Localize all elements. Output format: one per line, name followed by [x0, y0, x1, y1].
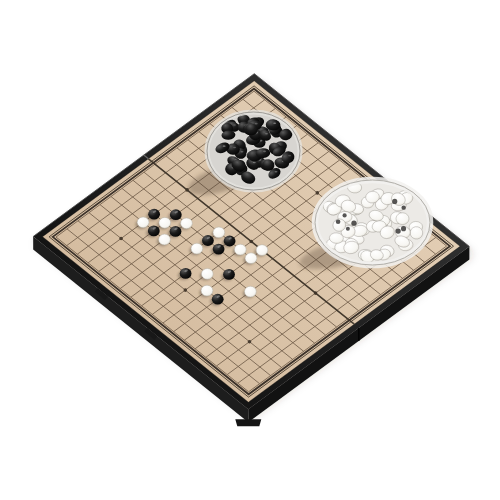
white-stone — [201, 285, 213, 296]
white-stone — [159, 234, 171, 245]
magnet-dot — [351, 220, 356, 225]
white-stone — [159, 217, 171, 228]
white-stone — [181, 218, 193, 229]
star-point — [316, 191, 320, 195]
go-set-product-photo — [0, 0, 500, 500]
white-stone — [256, 245, 268, 256]
star-point — [184, 288, 188, 292]
black-stone — [180, 268, 192, 279]
black-stone — [170, 226, 182, 237]
black-stone — [202, 235, 214, 246]
bowl-stone-glint — [275, 171, 278, 173]
bowl-stone-glint — [223, 145, 226, 147]
bowl-stone-glint — [263, 151, 266, 153]
black-stone — [223, 269, 235, 280]
white-stone — [245, 286, 257, 297]
bowl-stone-glint — [253, 162, 256, 164]
black-stones-bowl — [207, 112, 300, 190]
magnet-dot — [395, 228, 400, 233]
bowl-stone-glint — [233, 147, 236, 149]
white-stone — [245, 253, 257, 264]
star-point — [119, 237, 123, 241]
magnet-dot — [392, 199, 397, 204]
white-stone — [213, 227, 225, 238]
magnet-dot — [336, 219, 341, 224]
bowl-stone-glint — [273, 122, 276, 124]
bowl-stone-glint — [288, 155, 291, 157]
go-set-scene — [0, 0, 500, 500]
bowl-white-stone — [396, 212, 410, 225]
black-stone — [170, 209, 182, 220]
bowl-stone-glint — [241, 151, 244, 153]
bowl-stone-glint — [255, 123, 258, 125]
black-stone — [148, 226, 160, 237]
black-stone — [224, 236, 236, 247]
magnet-dot — [342, 213, 346, 217]
bowl-stone-glint — [265, 133, 268, 135]
star-point — [248, 340, 252, 344]
black-stone — [148, 209, 160, 220]
corner-foot — [235, 419, 261, 426]
white-stone — [137, 217, 149, 228]
white-stone — [234, 244, 246, 255]
magnet-dot — [346, 227, 350, 231]
white-stones-bowl — [315, 180, 430, 265]
black-stone — [213, 244, 225, 255]
black-stone — [212, 294, 224, 305]
white-stone — [201, 269, 213, 280]
magnet-dot — [401, 205, 405, 209]
white-stone — [191, 243, 203, 254]
magnet-dot — [401, 226, 406, 231]
bowl-stone-glint — [233, 124, 236, 126]
